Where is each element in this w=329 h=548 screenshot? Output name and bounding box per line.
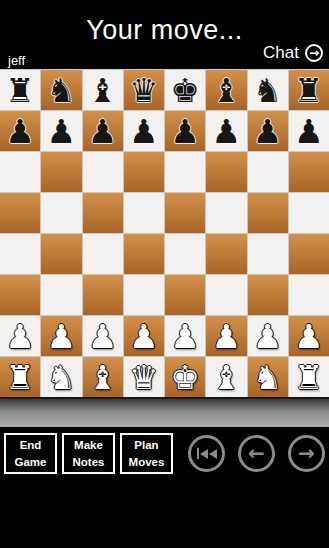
square-a8[interactable]: ♜ [0, 70, 40, 110]
square-h8[interactable]: ♜ [289, 70, 329, 110]
square-g6[interactable] [248, 152, 288, 192]
square-b1[interactable]: ♞ [41, 357, 81, 397]
square-f3[interactable] [206, 275, 246, 315]
square-d2[interactable]: ♟ [124, 316, 164, 356]
square-d8[interactable]: ♛ [124, 70, 164, 110]
square-g3[interactable] [248, 275, 288, 315]
white-pawn: ♟ [253, 320, 283, 353]
white-king: ♚ [170, 361, 200, 394]
black-pawn: ♟ [5, 115, 35, 148]
square-h7[interactable]: ♟ [289, 111, 329, 151]
toolbar: End Game Make Notes Plan Moves ← → [0, 427, 329, 474]
white-rook: ♜ [294, 361, 324, 394]
square-f5[interactable] [206, 193, 246, 233]
make-notes-label-line1: Make [74, 437, 103, 453]
square-d5[interactable] [124, 193, 164, 233]
square-d7[interactable]: ♟ [124, 111, 164, 151]
square-g1[interactable]: ♞ [248, 357, 288, 397]
square-f2[interactable]: ♟ [206, 316, 246, 356]
end-game-button[interactable]: End Game [4, 433, 57, 474]
player-name: jeff [8, 53, 25, 68]
chat-arrow-icon: → [305, 44, 323, 62]
square-a1[interactable]: ♜ [0, 357, 40, 397]
black-rook: ♜ [294, 74, 324, 107]
square-f1[interactable]: ♝ [206, 357, 246, 397]
square-e6[interactable] [165, 152, 205, 192]
white-bishop: ♝ [212, 361, 242, 394]
square-f7[interactable]: ♟ [206, 111, 246, 151]
black-pawn: ♟ [47, 115, 77, 148]
header: Your move... jeff Chat → [0, 0, 329, 69]
square-e7[interactable]: ♟ [165, 111, 205, 151]
square-c4[interactable] [83, 234, 123, 274]
square-d3[interactable] [124, 275, 164, 315]
white-knight: ♞ [253, 361, 283, 394]
square-h4[interactable] [289, 234, 329, 274]
square-f8[interactable]: ♝ [206, 70, 246, 110]
white-pawn: ♟ [212, 320, 242, 353]
left-arrow-icon: ← [248, 443, 265, 463]
square-d1[interactable]: ♛ [124, 357, 164, 397]
square-f4[interactable] [206, 234, 246, 274]
square-g8[interactable]: ♞ [248, 70, 288, 110]
square-d6[interactable] [124, 152, 164, 192]
square-a3[interactable] [0, 275, 40, 315]
square-h2[interactable]: ♟ [289, 316, 329, 356]
square-e2[interactable]: ♟ [165, 316, 205, 356]
black-knight: ♞ [253, 74, 283, 107]
square-a5[interactable] [0, 193, 40, 233]
white-bishop: ♝ [88, 361, 118, 394]
black-pawn: ♟ [253, 115, 283, 148]
skip-to-start-button[interactable] [188, 435, 225, 472]
black-pawn: ♟ [212, 115, 242, 148]
app-screen: Your move... jeff Chat → ♜♞♝♛♚♝♞♜♟♟♟♟♟♟♟… [0, 0, 329, 548]
white-rook: ♜ [5, 361, 35, 394]
square-a2[interactable]: ♟ [0, 316, 40, 356]
plan-moves-label-line2: Moves [129, 454, 165, 470]
square-a6[interactable] [0, 152, 40, 192]
black-pawn: ♟ [88, 115, 118, 148]
black-pawn: ♟ [170, 115, 200, 148]
white-pawn: ♟ [294, 320, 324, 353]
white-knight: ♞ [47, 361, 77, 394]
skip-to-start-icon [197, 448, 217, 459]
square-h6[interactable] [289, 152, 329, 192]
white-pawn: ♟ [170, 320, 200, 353]
black-queen: ♛ [129, 74, 159, 107]
square-g2[interactable]: ♟ [248, 316, 288, 356]
make-notes-button[interactable]: Make Notes [62, 433, 115, 474]
next-move-button[interactable]: → [288, 435, 325, 472]
square-a4[interactable] [0, 234, 40, 274]
square-h1[interactable]: ♜ [289, 357, 329, 397]
square-c6[interactable] [83, 152, 123, 192]
white-pawn: ♟ [88, 320, 118, 353]
black-pawn: ♟ [294, 115, 324, 148]
square-e1[interactable]: ♚ [165, 357, 205, 397]
black-bishop: ♝ [212, 74, 242, 107]
right-arrow-icon: → [298, 443, 315, 463]
square-c8[interactable]: ♝ [83, 70, 123, 110]
black-knight: ♞ [47, 74, 77, 107]
move-navigation: ← → [188, 435, 325, 472]
square-e4[interactable] [165, 234, 205, 274]
square-c5[interactable] [83, 193, 123, 233]
square-b8[interactable]: ♞ [41, 70, 81, 110]
white-queen: ♛ [129, 361, 159, 394]
make-notes-label-line2: Notes [73, 454, 105, 470]
chat-button[interactable]: Chat → [263, 43, 323, 63]
plan-moves-button[interactable]: Plan Moves [120, 433, 173, 474]
square-g7[interactable]: ♟ [248, 111, 288, 151]
square-e3[interactable] [165, 275, 205, 315]
square-e5[interactable] [165, 193, 205, 233]
square-h3[interactable] [289, 275, 329, 315]
square-b6[interactable] [41, 152, 81, 192]
square-f6[interactable] [206, 152, 246, 192]
square-a7[interactable]: ♟ [0, 111, 40, 151]
page-title: Your move... [0, 15, 329, 46]
plan-moves-label-line1: Plan [134, 437, 158, 453]
square-h5[interactable] [289, 193, 329, 233]
square-c7[interactable]: ♟ [83, 111, 123, 151]
chat-label: Chat [263, 43, 299, 63]
chess-board: ♜♞♝♛♚♝♞♜♟♟♟♟♟♟♟♟♟♟♟♟♟♟♟♟♜♞♝♛♚♝♞♜ [0, 69, 329, 399]
square-b4[interactable] [41, 234, 81, 274]
square-d4[interactable] [124, 234, 164, 274]
black-pawn: ♟ [129, 115, 159, 148]
white-pawn: ♟ [5, 320, 35, 353]
end-game-label-line2: Game [15, 454, 47, 470]
square-e8[interactable]: ♚ [165, 70, 205, 110]
square-g4[interactable] [248, 234, 288, 274]
square-c3[interactable] [83, 275, 123, 315]
square-c2[interactable]: ♟ [83, 316, 123, 356]
square-c1[interactable]: ♝ [83, 357, 123, 397]
square-g5[interactable] [248, 193, 288, 233]
square-b3[interactable] [41, 275, 81, 315]
square-b7[interactable]: ♟ [41, 111, 81, 151]
black-bishop: ♝ [88, 74, 118, 107]
black-king: ♚ [170, 74, 200, 107]
white-pawn: ♟ [129, 320, 159, 353]
white-pawn: ♟ [47, 320, 77, 353]
square-b2[interactable]: ♟ [41, 316, 81, 356]
end-game-label-line1: End [20, 437, 42, 453]
previous-move-button[interactable]: ← [238, 435, 275, 472]
black-rook: ♜ [5, 74, 35, 107]
board-shadow [0, 399, 329, 427]
square-b5[interactable] [41, 193, 81, 233]
